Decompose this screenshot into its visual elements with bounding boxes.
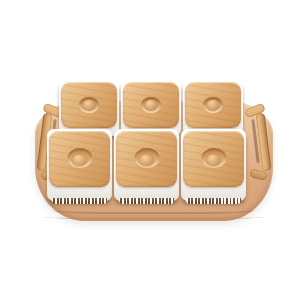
- dish: [47, 129, 112, 201]
- dish: [181, 129, 246, 201]
- dish-feet: [52, 198, 107, 204]
- lid-knob: [140, 154, 154, 165]
- dish-lid: [123, 82, 179, 128]
- lid-dimple: [141, 97, 161, 113]
- lid-knob: [207, 154, 221, 165]
- lid-dimple: [134, 148, 159, 168]
- dish-row-front: [47, 129, 246, 201]
- tray-handle-right: [242, 105, 278, 183]
- lid-dimple: [79, 97, 99, 113]
- dish-row-back: [59, 80, 243, 136]
- lid-knob: [73, 154, 87, 165]
- dish: [121, 80, 181, 136]
- dish: [114, 129, 179, 201]
- lid-knob: [207, 100, 219, 110]
- tray-bottom-edge: [45, 215, 263, 219]
- lid-dimple: [201, 148, 226, 168]
- dish-lid: [183, 131, 244, 187]
- lid-knob: [83, 100, 95, 110]
- tray-front-seam: [53, 206, 255, 214]
- dish-feet: [186, 198, 241, 204]
- dish-lid: [61, 82, 117, 128]
- lid-knob: [145, 100, 157, 110]
- lid-dimple: [67, 148, 92, 168]
- dish-lid: [185, 82, 241, 128]
- lid-dimple: [203, 97, 223, 113]
- dish-feet: [119, 198, 174, 204]
- dish-lid: [116, 131, 177, 187]
- dish: [59, 80, 119, 136]
- dish-lid: [49, 131, 110, 187]
- dish: [183, 80, 243, 136]
- product-photo: [0, 0, 300, 300]
